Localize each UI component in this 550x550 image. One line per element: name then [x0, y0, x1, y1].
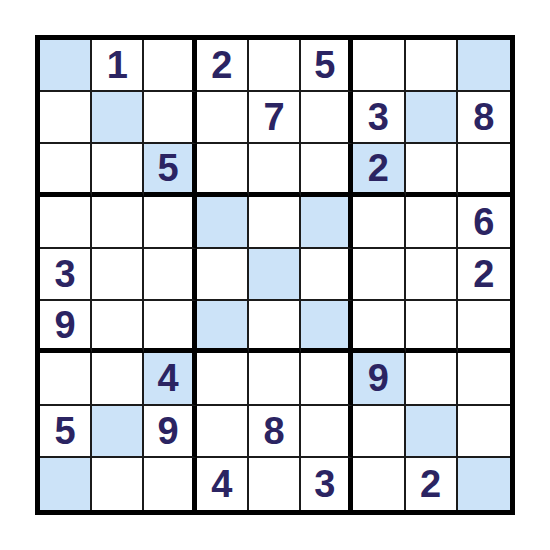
cell-r3c3[interactable]: 5 [144, 144, 196, 196]
cell-r9c1[interactable] [40, 458, 92, 510]
cell-r9c5[interactable] [249, 458, 301, 510]
cell-r8c2[interactable] [92, 406, 144, 458]
cell-r1c7[interactable] [353, 40, 405, 92]
cell-r9c3[interactable] [144, 458, 196, 510]
cell-r5c1[interactable]: 3 [40, 249, 92, 301]
cell-r2c5[interactable]: 7 [249, 92, 301, 144]
cell-r1c9[interactable] [458, 40, 510, 92]
cell-r5c6[interactable] [301, 249, 353, 301]
cell-r5c2[interactable] [92, 249, 144, 301]
sudoku-page: 12573852632949598432 [0, 0, 550, 550]
cell-r1c1[interactable] [40, 40, 92, 92]
cell-r8c4[interactable] [197, 406, 249, 458]
cell-r3c9[interactable] [458, 144, 510, 196]
cell-r7c2[interactable] [92, 353, 144, 405]
cell-r3c5[interactable] [249, 144, 301, 196]
cell-r9c7[interactable] [353, 458, 405, 510]
cell-r6c6[interactable] [301, 301, 353, 353]
cell-r8c3[interactable]: 9 [144, 406, 196, 458]
cell-r7c3[interactable]: 4 [144, 353, 196, 405]
cell-r2c6[interactable] [301, 92, 353, 144]
cell-r2c3[interactable] [144, 92, 196, 144]
cell-r2c7[interactable]: 3 [353, 92, 405, 144]
cell-r1c4[interactable]: 2 [197, 40, 249, 92]
cell-r2c4[interactable] [197, 92, 249, 144]
cell-r8c1[interactable]: 5 [40, 406, 92, 458]
cell-r6c2[interactable] [92, 301, 144, 353]
cell-r2c8[interactable] [406, 92, 458, 144]
cell-r4c2[interactable] [92, 197, 144, 249]
cell-r3c7[interactable]: 2 [353, 144, 405, 196]
cell-r6c4[interactable] [197, 301, 249, 353]
cell-r1c6[interactable]: 5 [301, 40, 353, 92]
cell-r8c5[interactable]: 8 [249, 406, 301, 458]
cell-r7c4[interactable] [197, 353, 249, 405]
cell-r9c8[interactable]: 2 [406, 458, 458, 510]
cell-r8c6[interactable] [301, 406, 353, 458]
cell-r5c3[interactable] [144, 249, 196, 301]
cell-r2c1[interactable] [40, 92, 92, 144]
cell-r2c2[interactable] [92, 92, 144, 144]
cell-r6c5[interactable] [249, 301, 301, 353]
cell-r8c8[interactable] [406, 406, 458, 458]
cell-r7c5[interactable] [249, 353, 301, 405]
cell-r1c8[interactable] [406, 40, 458, 92]
cell-r6c8[interactable] [406, 301, 458, 353]
cell-r5c7[interactable] [353, 249, 405, 301]
cell-r4c9[interactable]: 6 [458, 197, 510, 249]
cell-r7c1[interactable] [40, 353, 92, 405]
cell-r9c6[interactable]: 3 [301, 458, 353, 510]
cell-r5c8[interactable] [406, 249, 458, 301]
cell-r3c2[interactable] [92, 144, 144, 196]
cell-r6c9[interactable] [458, 301, 510, 353]
cell-r1c5[interactable] [249, 40, 301, 92]
cell-r3c4[interactable] [197, 144, 249, 196]
cell-r6c7[interactable] [353, 301, 405, 353]
cell-r7c6[interactable] [301, 353, 353, 405]
cell-r4c3[interactable] [144, 197, 196, 249]
cell-r9c2[interactable] [92, 458, 144, 510]
cell-r4c6[interactable] [301, 197, 353, 249]
cell-r1c3[interactable] [144, 40, 196, 92]
cell-r3c8[interactable] [406, 144, 458, 196]
cell-r4c8[interactable] [406, 197, 458, 249]
cell-r6c3[interactable] [144, 301, 196, 353]
cell-r3c1[interactable] [40, 144, 92, 196]
cell-r4c5[interactable] [249, 197, 301, 249]
cell-r4c1[interactable] [40, 197, 92, 249]
cell-r5c9[interactable]: 2 [458, 249, 510, 301]
cell-r5c5[interactable] [249, 249, 301, 301]
cell-r3c6[interactable] [301, 144, 353, 196]
cell-r9c9[interactable] [458, 458, 510, 510]
sudoku-board: 12573852632949598432 [35, 35, 515, 515]
cell-r4c4[interactable] [197, 197, 249, 249]
cell-r7c7[interactable]: 9 [353, 353, 405, 405]
cell-r6c1[interactable]: 9 [40, 301, 92, 353]
cell-r7c8[interactable] [406, 353, 458, 405]
cell-r4c7[interactable] [353, 197, 405, 249]
cell-r2c9[interactable]: 8 [458, 92, 510, 144]
cell-r8c7[interactable] [353, 406, 405, 458]
cell-r5c4[interactable] [197, 249, 249, 301]
cell-r7c9[interactable] [458, 353, 510, 405]
cell-r1c2[interactable]: 1 [92, 40, 144, 92]
cell-r8c9[interactable] [458, 406, 510, 458]
cell-r9c4[interactable]: 4 [197, 458, 249, 510]
